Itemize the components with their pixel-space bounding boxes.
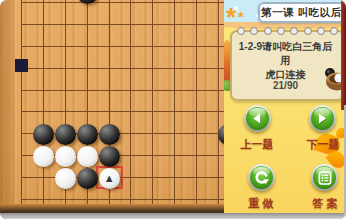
black-stone <box>33 124 54 145</box>
black-stone <box>77 124 98 145</box>
prev-icon <box>249 110 266 127</box>
binding-ring <box>290 27 298 35</box>
redo-icon <box>253 169 271 187</box>
white-stone <box>55 168 76 189</box>
redo-button[interactable] <box>248 164 275 191</box>
next-icon <box>314 110 331 127</box>
binding-ring <box>264 27 272 35</box>
white-stone <box>33 146 54 167</box>
prev-button[interactable] <box>244 105 271 132</box>
triangle-mark: ▲ <box>104 173 115 184</box>
black-stone <box>77 168 98 189</box>
binding-ring <box>304 27 312 35</box>
lesson-title: 第一课 叫吃以后 <box>258 2 345 23</box>
task-text-line2: 虎口连接 <box>266 69 306 80</box>
marked-white-stone: ▲ <box>99 168 120 189</box>
binding-ring <box>250 27 258 35</box>
star-point-marker <box>15 59 28 72</box>
redo-button-label: 重 做 <box>228 196 294 211</box>
task-card: 1-2-9请叫吃白三角后用 虎口连接 21/90 <box>230 30 345 101</box>
prev-button-label: 上一题 <box>224 137 290 152</box>
window-bottom-edge <box>0 213 346 219</box>
go-board: ▲ <box>0 0 224 219</box>
answer-button-label: 答 案 <box>292 196 346 211</box>
black-stone <box>55 124 76 145</box>
next-button-label: 下一题 <box>290 137 346 152</box>
sparkle-icon: * <box>238 9 243 25</box>
red-edge-strip <box>341 0 346 110</box>
binding-ring <box>330 27 338 35</box>
next-button[interactable] <box>309 105 336 132</box>
black-stone <box>99 124 120 145</box>
black-stone <box>99 146 120 167</box>
answer-button[interactable] <box>311 164 338 191</box>
white-stone <box>77 146 98 167</box>
binding-ring <box>317 27 325 35</box>
task-text-line1: 1-2-9请叫吃白三角后用 <box>239 41 332 66</box>
control-panel: * * 第一课 叫吃以后 1-2-9请叫吃白三角后用 虎口连接 21/90 <box>224 0 346 219</box>
app-window: ▲ * * 第一课 叫吃以后 1-2-9请叫吃白三角后用 虎口连接 21/90 <box>0 0 346 219</box>
binding-ring <box>237 27 245 35</box>
binding-ring <box>277 27 285 35</box>
white-stone <box>55 146 76 167</box>
answer-icon <box>316 169 334 187</box>
sparkle-icon: * <box>226 2 236 33</box>
